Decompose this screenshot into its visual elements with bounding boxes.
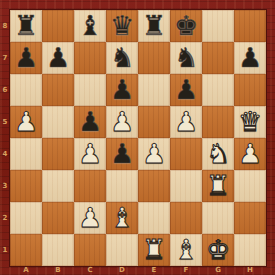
square-a1[interactable] <box>10 234 42 266</box>
square-a7[interactable]: ♟ <box>10 42 42 74</box>
file-label-h: H <box>234 266 266 275</box>
square-f3[interactable] <box>170 170 202 202</box>
square-e2[interactable] <box>138 202 170 234</box>
file-label-c: C <box>74 266 106 275</box>
square-a3[interactable] <box>10 170 42 202</box>
square-b6[interactable] <box>42 74 74 106</box>
square-c8[interactable]: ♝ <box>74 10 106 42</box>
rank-label-6: 6 <box>0 74 10 106</box>
square-c2[interactable]: ♟ <box>74 202 106 234</box>
square-f7[interactable]: ♞ <box>170 42 202 74</box>
rank-label-5: 5 <box>0 106 10 138</box>
square-f1[interactable]: ♝ <box>170 234 202 266</box>
file-labels: ABCDEFGH <box>10 266 266 275</box>
piece-black-rook-e8[interactable]: ♜ <box>138 10 170 42</box>
square-d4[interactable]: ♟ <box>106 138 138 170</box>
square-c4[interactable]: ♟ <box>74 138 106 170</box>
square-d3[interactable] <box>106 170 138 202</box>
file-label-e: E <box>138 266 170 275</box>
file-label-a: A <box>10 266 42 275</box>
square-g1[interactable]: ♚ <box>202 234 234 266</box>
piece-black-pawn-f6[interactable]: ♟ <box>170 74 202 106</box>
square-d8[interactable]: ♛ <box>106 10 138 42</box>
square-c7[interactable] <box>74 42 106 74</box>
square-c3[interactable] <box>74 170 106 202</box>
square-e6[interactable] <box>138 74 170 106</box>
piece-white-bishop-d2[interactable]: ♝ <box>106 202 138 234</box>
piece-black-queen-d8[interactable]: ♛ <box>106 10 138 42</box>
square-b8[interactable] <box>42 10 74 42</box>
square-h3[interactable] <box>234 170 266 202</box>
square-e7[interactable] <box>138 42 170 74</box>
piece-white-pawn-h4[interactable]: ♟ <box>234 138 266 170</box>
square-f2[interactable] <box>170 202 202 234</box>
square-f8[interactable]: ♚ <box>170 10 202 42</box>
square-a2[interactable] <box>10 202 42 234</box>
square-h8[interactable] <box>234 10 266 42</box>
piece-black-pawn-h7[interactable]: ♟ <box>234 42 266 74</box>
piece-black-knight-f7[interactable]: ♞ <box>170 42 202 74</box>
piece-black-pawn-d4[interactable]: ♟ <box>106 138 138 170</box>
square-h6[interactable] <box>234 74 266 106</box>
piece-white-pawn-d5[interactable]: ♟ <box>106 106 138 138</box>
square-a4[interactable] <box>10 138 42 170</box>
square-h1[interactable] <box>234 234 266 266</box>
file-label-d: D <box>106 266 138 275</box>
square-a5[interactable]: ♟ <box>10 106 42 138</box>
rank-label-4: 4 <box>0 138 10 170</box>
square-e3[interactable] <box>138 170 170 202</box>
square-g2[interactable] <box>202 202 234 234</box>
rank-label-7: 7 <box>0 42 10 74</box>
file-label-g: G <box>202 266 234 275</box>
square-a8[interactable]: ♜ <box>10 10 42 42</box>
square-b2[interactable] <box>42 202 74 234</box>
piece-black-pawn-b7[interactable]: ♟ <box>42 42 74 74</box>
piece-white-queen-h5[interactable]: ♛ <box>234 106 266 138</box>
square-d5[interactable]: ♟ <box>106 106 138 138</box>
square-b7[interactable]: ♟ <box>42 42 74 74</box>
square-c6[interactable] <box>74 74 106 106</box>
chess-board: ♜♝♛♜♚♟♟♞♞♟♟♟♟♟♟♟♛♟♟♟♞♟♜♟♝♜♝♚ <box>10 10 266 266</box>
square-g4[interactable]: ♞ <box>202 138 234 170</box>
square-g8[interactable] <box>202 10 234 42</box>
rank-labels: 87654321 <box>0 10 10 266</box>
square-h5[interactable]: ♛ <box>234 106 266 138</box>
square-d7[interactable]: ♞ <box>106 42 138 74</box>
piece-white-pawn-c2[interactable]: ♟ <box>74 202 106 234</box>
square-g6[interactable] <box>202 74 234 106</box>
square-d2[interactable]: ♝ <box>106 202 138 234</box>
piece-black-pawn-c5[interactable]: ♟ <box>74 106 106 138</box>
piece-white-rook-e1[interactable]: ♜ <box>138 234 170 266</box>
square-h2[interactable] <box>234 202 266 234</box>
square-h7[interactable]: ♟ <box>234 42 266 74</box>
square-d1[interactable] <box>106 234 138 266</box>
piece-black-rook-a8[interactable]: ♜ <box>10 10 42 42</box>
square-b3[interactable] <box>42 170 74 202</box>
square-c1[interactable] <box>74 234 106 266</box>
square-f6[interactable]: ♟ <box>170 74 202 106</box>
rank-label-3: 3 <box>0 170 10 202</box>
piece-white-knight-g4[interactable]: ♞ <box>202 138 234 170</box>
piece-white-pawn-a5[interactable]: ♟ <box>10 106 42 138</box>
piece-white-rook-g3[interactable]: ♜ <box>202 170 234 202</box>
square-f4[interactable] <box>170 138 202 170</box>
piece-white-pawn-f5[interactable]: ♟ <box>170 106 202 138</box>
piece-white-pawn-c4[interactable]: ♟ <box>74 138 106 170</box>
piece-black-knight-d7[interactable]: ♞ <box>106 42 138 74</box>
piece-white-king-g1[interactable]: ♚ <box>202 234 234 266</box>
square-e8[interactable]: ♜ <box>138 10 170 42</box>
square-b1[interactable] <box>42 234 74 266</box>
rank-label-8: 8 <box>0 10 10 42</box>
square-e5[interactable] <box>138 106 170 138</box>
piece-white-bishop-f1[interactable]: ♝ <box>170 234 202 266</box>
piece-black-pawn-d6[interactable]: ♟ <box>106 74 138 106</box>
square-h4[interactable]: ♟ <box>234 138 266 170</box>
file-label-f: F <box>170 266 202 275</box>
square-c5[interactable]: ♟ <box>74 106 106 138</box>
square-a6[interactable] <box>10 74 42 106</box>
piece-black-king-f8[interactable]: ♚ <box>170 10 202 42</box>
square-e1[interactable]: ♜ <box>138 234 170 266</box>
rank-label-2: 2 <box>0 202 10 234</box>
square-g5[interactable] <box>202 106 234 138</box>
square-g7[interactable] <box>202 42 234 74</box>
square-b5[interactable] <box>42 106 74 138</box>
square-b4[interactable] <box>42 138 74 170</box>
piece-black-pawn-a7[interactable]: ♟ <box>10 42 42 74</box>
piece-black-bishop-c8[interactable]: ♝ <box>74 10 106 42</box>
square-f5[interactable]: ♟ <box>170 106 202 138</box>
rank-label-1: 1 <box>0 234 10 266</box>
file-label-b: B <box>42 266 74 275</box>
square-g3[interactable]: ♜ <box>202 170 234 202</box>
square-e4[interactable]: ♟ <box>138 138 170 170</box>
square-d6[interactable]: ♟ <box>106 74 138 106</box>
piece-white-pawn-e4[interactable]: ♟ <box>138 138 170 170</box>
chess-board-frame: ♜♝♛♜♚♟♟♞♞♟♟♟♟♟♟♟♛♟♟♟♞♟♜♟♝♜♝♚ 87654321 AB… <box>0 0 275 275</box>
